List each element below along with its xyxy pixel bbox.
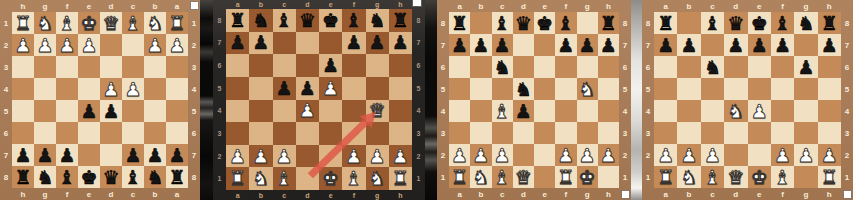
square-b1: ♞ [470,166,491,188]
file-labels-bottom: hgfedcba [12,188,188,200]
square-c8: ♝ [273,9,296,32]
square-d6 [513,56,534,78]
black-queen-d8: ♛ [102,168,119,187]
square-g6 [34,122,56,144]
square-g4: ♛ [366,100,389,123]
black-pawn-e7: ♟ [751,36,768,55]
square-a5 [654,78,677,100]
board-grid: ♜♞♝♚♛♝♞♜♟♟♟♟♟♟♟♟♟♟♟♟♟♟♟♟♜♞♝♚♛♝♞♜ [12,12,188,188]
file-label: c [273,0,296,9]
square-f2: ♟ [56,34,78,56]
black-pawn-a7: ♟ [657,36,674,55]
black-pawn-g7: ♟ [36,146,53,165]
black-knight-g8: ♞ [797,14,814,33]
square-h6 [389,54,412,77]
file-label: c [492,0,513,12]
file-labels-top: abcdefgh [654,0,841,12]
square-h7: ♟ [818,34,841,56]
square-d3 [724,122,747,144]
black-pawn-f7: ♟ [58,146,75,165]
rank-label: 8 [213,9,226,32]
square-e2 [534,144,555,166]
square-e7 [78,144,100,166]
square-b8: ♞ [144,166,166,188]
square-g7: ♟ [34,144,56,166]
rank-label: 8 [437,12,449,34]
square-a7: ♟ [654,34,677,56]
square-e4 [319,100,342,123]
square-c3 [701,122,724,144]
square-e3 [748,122,771,144]
rank-label: 8 [642,12,654,34]
rank-label: 4 [619,100,631,122]
square-f3 [56,56,78,78]
square-f1: ♝ [342,167,365,190]
white-pawn-b2: ♟ [681,146,698,165]
square-b4 [249,100,272,123]
square-f8: ♝ [342,9,365,32]
square-h3 [12,56,34,78]
white-pawn-a2: ♟ [451,146,468,165]
black-pawn-c7: ♟ [494,36,511,55]
square-g5: ♞ [577,78,598,100]
square-g1: ♞ [34,12,56,34]
square-b1: ♞ [144,12,166,34]
square-e2: ♟ [78,34,100,56]
square-g3 [577,122,598,144]
black-knight-g8: ♞ [36,168,53,187]
white-pawn-b2: ♟ [146,36,163,55]
square-e7: ♟ [748,34,771,56]
square-b8: ♞ [249,9,272,32]
file-label: d [296,0,319,9]
square-e3 [534,122,555,144]
file-label: g [34,188,56,200]
white-pawn-c2: ♟ [704,146,721,165]
square-h2: ♟ [389,145,412,168]
white-knight-g1: ♞ [36,14,53,33]
square-d2 [724,144,747,166]
black-knight-b8: ♞ [146,168,163,187]
square-d1 [296,167,319,190]
square-g4 [34,78,56,100]
square-b2: ♟ [249,145,272,168]
square-c1: ♝ [122,12,144,34]
black-pawn-b7: ♟ [146,146,163,165]
square-a8: ♜ [449,12,470,34]
rank-label: 7 [642,34,654,56]
file-label: e [748,0,771,12]
rank-label: 6 [0,122,12,144]
rank-label: 6 [841,56,853,78]
file-label: c [273,190,296,200]
file-label: b [144,0,166,12]
square-d3 [296,122,319,145]
file-label: h [598,0,619,12]
square-d5 [724,78,747,100]
square-d7: ♟ [724,34,747,56]
file-label: e [748,188,771,200]
file-label: b [470,0,491,12]
rank-label: 3 [841,122,853,144]
square-g8: ♞ [366,9,389,32]
square-d8: ♛ [513,12,534,34]
square-c5 [122,100,144,122]
square-f2: ♟ [555,144,576,166]
black-pawn-c7: ♟ [124,146,141,165]
black-pawn-h7: ♟ [14,146,31,165]
square-g8: ♞ [34,166,56,188]
square-a4 [654,100,677,122]
black-king-e8: ♚ [80,168,97,187]
square-c1: ♝ [492,166,513,188]
chess-board-4[interactable]: abcdefgh abcdefgh 87654321 87654321 ♜♝♛♚… [642,0,853,200]
file-label: b [249,0,272,9]
square-a7: ♟ [449,34,470,56]
black-rook-a8: ♜ [168,168,185,187]
square-c6 [122,122,144,144]
square-f4 [555,100,576,122]
black-rook-h8: ♜ [392,11,409,30]
white-rook-a1: ♜ [451,168,468,187]
square-d2 [513,144,534,166]
square-e4 [78,78,100,100]
square-c7: ♟ [492,34,513,56]
white-pawn-b2: ♟ [252,147,269,166]
rank-label: 5 [619,78,631,100]
square-b5 [470,78,491,100]
black-pawn-h7: ♟ [392,33,409,52]
white-king-e1: ♚ [80,14,97,33]
square-g7: ♟ [577,34,598,56]
black-pawn-c5: ♟ [276,79,293,98]
file-label: c [122,0,144,12]
square-f1: ♜ [555,166,576,188]
square-h4 [598,100,619,122]
file-labels-bottom: abcdefgh [226,190,412,200]
square-b6 [677,56,700,78]
file-label: c [492,188,513,200]
square-d7 [100,144,122,166]
file-label: a [226,190,249,200]
square-f7: ♟ [56,144,78,166]
square-c1: ♝ [701,166,724,188]
square-h5 [389,77,412,100]
square-b7: ♟ [144,144,166,166]
black-pawn-d5: ♟ [299,79,316,98]
rank-label: 8 [619,12,631,34]
black-bishop-c8: ♝ [704,14,721,33]
rank-label: 2 [213,145,226,168]
black-king-e8: ♚ [322,11,339,30]
black-king-e8: ♚ [751,14,768,33]
white-knight-b1: ♞ [146,14,163,33]
black-pawn-f7: ♟ [557,36,574,55]
chess-board-1[interactable]: hgfedcba hgfedcba 12345678 12345678 ♜♞♝♚… [0,0,200,200]
square-a7: ♟ [226,32,249,55]
square-f7: ♟ [555,34,576,56]
square-d4: ♟ [513,100,534,122]
chess-board-2[interactable]: abcdefgh abcdefgh 87654321 87654321 ♜♞♝♛… [213,0,425,200]
white-pawn-f2: ♟ [774,146,791,165]
square-e6 [78,122,100,144]
square-h8: ♜ [12,166,34,188]
square-h6 [818,56,841,78]
file-label: g [794,188,817,200]
file-label: f [342,190,365,200]
square-c6: ♞ [701,56,724,78]
rank-label: 7 [412,32,425,55]
black-pawn-d4: ♟ [515,102,532,121]
rank-labels-right: 87654321 [619,12,631,188]
square-a2: ♟ [449,144,470,166]
file-label: a [226,0,249,9]
square-e8: ♚ [534,12,555,34]
background-photo-strip-light-pieces [631,0,642,200]
square-g1: ♚ [577,166,598,188]
square-f2: ♟ [342,145,365,168]
square-f6 [771,56,794,78]
square-a1: ♜ [654,166,677,188]
white-pawn-a2: ♟ [657,146,674,165]
square-d2 [296,145,319,168]
white-knight-g1: ♞ [369,169,386,188]
white-knight-d4: ♞ [727,102,744,121]
square-b2: ♟ [677,144,700,166]
square-a8: ♜ [166,166,188,188]
black-bishop-f8: ♝ [345,11,362,30]
black-pawn-a7: ♟ [168,146,185,165]
file-label: e [78,188,100,200]
file-label: e [319,190,342,200]
square-g7: ♟ [366,32,389,55]
background-photo-strip-dark-pieces [425,0,437,200]
square-c6 [273,54,296,77]
black-bishop-f8: ♝ [774,14,791,33]
file-label: e [534,188,555,200]
square-f8: ♝ [555,12,576,34]
black-knight-c6: ♞ [704,58,721,77]
file-label: a [654,0,677,12]
square-a6 [166,122,188,144]
file-label: h [818,0,841,12]
file-label: d [513,0,534,12]
square-c2: ♟ [492,144,513,166]
square-b4 [144,78,166,100]
square-g3 [34,56,56,78]
square-a4 [226,100,249,123]
black-bishop-c8: ♝ [494,14,511,33]
file-label: d [296,190,319,200]
square-d4: ♟ [100,78,122,100]
square-f5 [771,78,794,100]
square-e3 [78,56,100,78]
square-a5 [166,100,188,122]
rank-label: 5 [412,77,425,100]
rank-label: 8 [188,166,200,188]
square-c3 [492,122,513,144]
file-label: g [577,0,598,12]
black-knight-b8: ♞ [252,11,269,30]
rank-label: 7 [841,34,853,56]
square-a2: ♟ [166,34,188,56]
file-label: g [34,0,56,12]
white-pawn-g2: ♟ [797,146,814,165]
rank-label: 2 [0,34,12,56]
square-e6: ♟ [319,54,342,77]
square-e2 [319,145,342,168]
black-knight-d5: ♞ [515,80,532,99]
square-c7 [273,32,296,55]
white-bishop-c1: ♝ [494,168,511,187]
black-pawn-b7: ♟ [681,36,698,55]
black-rook-a8: ♜ [229,11,246,30]
square-c6: ♞ [492,56,513,78]
file-label: b [677,188,700,200]
rank-label: 1 [213,167,226,190]
square-d4: ♟ [296,100,319,123]
square-h2: ♟ [12,34,34,56]
square-f6 [342,54,365,77]
square-e7 [534,34,555,56]
square-h4 [12,78,34,100]
square-c4 [273,100,296,123]
file-label: d [100,188,122,200]
square-a8: ♜ [654,12,677,34]
rank-label: 2 [642,144,654,166]
black-pawn-e5: ♟ [80,102,97,121]
square-d5: ♞ [513,78,534,100]
chess-board-3[interactable]: abcdefgh abcdefgh 87654321 87654321 ♜♝♛♚… [437,0,631,200]
rank-label: 1 [412,167,425,190]
square-h1: ♜ [818,166,841,188]
rank-labels-left: 87654321 [437,12,449,188]
square-g2: ♟ [34,34,56,56]
square-e5 [534,78,555,100]
file-label: f [555,0,576,12]
square-a3 [654,122,677,144]
file-label: f [56,0,78,12]
square-h6 [12,122,34,144]
square-d6 [100,122,122,144]
rank-labels-left: 12345678 [0,12,12,188]
rank-label: 6 [412,54,425,77]
rank-label: 6 [437,56,449,78]
square-a1: ♜ [226,167,249,190]
square-g4 [577,100,598,122]
square-e8: ♚ [78,166,100,188]
square-g4 [794,100,817,122]
square-c7: ♟ [122,144,144,166]
square-g5 [34,100,56,122]
square-b1: ♞ [249,167,272,190]
square-f2: ♟ [771,144,794,166]
square-f7: ♟ [771,34,794,56]
square-h4 [389,100,412,123]
square-h1: ♜ [12,12,34,34]
square-d1: ♛ [513,166,534,188]
square-e5: ♟ [319,77,342,100]
square-g1: ♞ [366,167,389,190]
square-f5 [56,100,78,122]
white-pawn-e5: ♟ [322,79,339,98]
white-pawn-h2: ♟ [392,147,409,166]
black-pawn-g6: ♟ [797,58,814,77]
white-king-g1: ♚ [579,168,596,187]
rank-labels-right: 87654321 [412,9,425,190]
square-e4: ♟ [748,100,771,122]
black-rook-h8: ♜ [600,14,617,33]
square-g2: ♟ [366,145,389,168]
rank-label: 8 [841,12,853,34]
square-c1: ♝ [273,167,296,190]
black-queen-d8: ♛ [727,14,744,33]
black-pawn-d5: ♟ [102,102,119,121]
black-rook-h8: ♜ [14,168,31,187]
square-d6 [296,54,319,77]
file-label: b [677,0,700,12]
rank-label: 1 [841,166,853,188]
black-pawn-a7: ♟ [451,36,468,55]
white-rook-h1: ♜ [821,168,838,187]
rank-label: 3 [213,122,226,145]
square-d1: ♛ [100,12,122,34]
white-pawn-d4: ♟ [299,101,316,120]
square-f8: ♝ [56,166,78,188]
square-d7 [513,34,534,56]
file-labels-bottom: abcdefgh [449,188,619,200]
square-a6 [449,56,470,78]
square-g3 [794,122,817,144]
white-rook-f1: ♜ [557,168,574,187]
white-bishop-c1: ♝ [704,168,721,187]
square-h3 [818,122,841,144]
rank-label: 2 [437,144,449,166]
square-h5 [818,78,841,100]
white-king-e1: ♚ [322,169,339,188]
square-h3 [598,122,619,144]
rank-label: 1 [619,166,631,188]
black-pawn-b7: ♟ [472,36,489,55]
square-g5 [366,77,389,100]
white-queen-g4: ♛ [369,101,386,120]
rank-label: 3 [619,122,631,144]
file-label: e [319,0,342,9]
white-pawn-d4: ♟ [102,80,119,99]
white-rook-a1: ♜ [168,14,185,33]
rank-label: 4 [412,100,425,123]
rank-label: 2 [188,34,200,56]
square-c2: ♟ [273,145,296,168]
square-f5 [555,78,576,100]
square-c4: ♟ [122,78,144,100]
white-pawn-f2: ♟ [345,147,362,166]
square-b6 [249,54,272,77]
rank-label: 3 [188,56,200,78]
file-label: c [701,188,724,200]
white-bishop-f1: ♝ [58,14,75,33]
rank-label: 7 [619,34,631,56]
square-a4 [449,100,470,122]
square-a2: ♟ [226,145,249,168]
file-label: f [771,0,794,12]
file-label: d [100,0,122,12]
square-d8: ♛ [100,166,122,188]
square-f8: ♝ [771,12,794,34]
rank-label: 4 [437,100,449,122]
square-b4 [677,100,700,122]
square-c5 [701,78,724,100]
